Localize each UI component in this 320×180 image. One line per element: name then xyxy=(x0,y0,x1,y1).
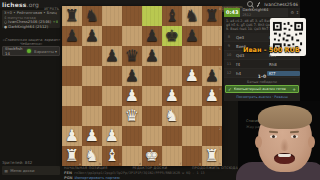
square-f1[interactable]: f xyxy=(162,146,182,166)
square-c7[interactable] xyxy=(102,26,122,46)
lichess-logo[interactable]: lichess.org xyxy=(2,1,39,8)
analysis-links[interactable]: Посмотреть анализ · Реванш xyxy=(224,95,300,99)
square-f2[interactable] xyxy=(162,126,182,146)
square-f3[interactable]: ♞ xyxy=(162,106,182,126)
stream-screen: lichess.org ИГРАТЬЗАДАЧИОБУЧЕНИЕСМОТРЕТЬ… xyxy=(0,0,320,180)
streamer-ear-right xyxy=(308,136,315,148)
square-a8[interactable]: ♜ xyxy=(62,6,82,26)
square-b2[interactable]: ♟ xyxy=(82,126,102,146)
square-g1[interactable]: g xyxy=(182,146,202,166)
square-f6[interactable] xyxy=(162,46,182,66)
pgn-label: PGN xyxy=(64,176,73,180)
engine-label: Stockfish 14 xyxy=(5,46,27,56)
under-board-links: НАЧАЛЬНАЯ ПОЗИЦИЯРЕДАКТОР ДОСКИПРОДОЛЖИТ… xyxy=(64,166,238,170)
square-d8[interactable] xyxy=(122,6,142,26)
square-f8[interactable]: ♝ xyxy=(162,6,182,26)
under-board-link-0[interactable]: НАЧАЛЬНАЯ ПОЗИЦИЯ xyxy=(64,166,108,170)
square-d1[interactable]: d xyxy=(122,146,142,166)
pgn-row: PGN Импортировать партию xyxy=(64,176,238,180)
challenge-icon[interactable] xyxy=(257,2,260,7)
square-h2[interactable]: 2 xyxy=(202,126,222,146)
square-d2[interactable] xyxy=(122,126,142,146)
game-info-box: 3+0 • Рейтинговая • Блиц 4 минуты назад … xyxy=(2,10,60,28)
username[interactable]: IvanChess2546 xyxy=(264,2,298,7)
move-number: 8 xyxy=(224,35,234,39)
plus-icon[interactable]: + xyxy=(292,87,296,92)
result-verdict: Белые победили xyxy=(224,80,300,84)
chess-board[interactable]: ♜♞♝♞♜8♟♟♟♚♟7♟♛♟6♟♟♟5♟♟♟4♛♞3♟♟♟2♜a♞b♝cd♚e… xyxy=(62,6,222,166)
spectators-count: Зрителей: 842 xyxy=(2,160,60,165)
square-e8[interactable] xyxy=(142,6,162,26)
square-e2[interactable] xyxy=(142,126,162,146)
donation-alert-text: Иван - 500 RUB xyxy=(243,46,303,54)
search-icon[interactable] xyxy=(247,1,253,7)
square-h6[interactable]: 6 xyxy=(202,46,222,66)
square-g5[interactable]: ♟ xyxy=(182,66,202,86)
chevron-down-icon: ▾ xyxy=(55,49,57,54)
panel-icons: ⚙ ↕ xyxy=(288,8,300,17)
pgn-import-link[interactable]: Импортировать партию xyxy=(75,176,120,180)
move-white[interactable]: f4 xyxy=(234,62,267,67)
square-b3[interactable] xyxy=(82,106,102,126)
square-g7[interactable]: ♟ xyxy=(182,26,202,46)
square-h4[interactable]: ♟4 xyxy=(202,86,222,106)
square-a6[interactable] xyxy=(62,46,82,66)
square-h8[interactable]: ♜8 xyxy=(202,6,222,26)
nav-right: IvanChess2546 xyxy=(247,0,298,8)
square-d4[interactable]: ♟ xyxy=(122,86,142,106)
square-b8[interactable]: ♞ xyxy=(82,6,102,26)
fen-row: FEN rn3bnr/pp2pkp1/2pqp3/3p2Pp/3P1P1P/3Q… xyxy=(64,171,238,175)
square-f7[interactable]: ♚ xyxy=(162,26,182,46)
square-a2[interactable]: ♟ xyxy=(62,126,82,146)
square-d6[interactable]: ♛ xyxy=(122,46,142,66)
fen-label: FEN xyxy=(64,171,72,175)
square-g3[interactable] xyxy=(182,106,202,126)
square-g4[interactable] xyxy=(182,86,202,106)
streamer-eye-left xyxy=(270,135,277,138)
square-f5[interactable] xyxy=(162,66,182,86)
square-e6[interactable]: ♟ xyxy=(142,46,162,66)
square-e4[interactable] xyxy=(142,86,162,106)
square-c2[interactable]: ♟ xyxy=(102,126,122,146)
engine-toggle-row[interactable]: Stockfish 14 Варианты ▾ xyxy=(2,46,60,56)
square-c5[interactable] xyxy=(102,66,122,86)
square-h5[interactable]: ♟5 xyxy=(202,66,222,86)
engine-menu-dropdown[interactable]: Варианты ▾ xyxy=(34,49,57,54)
analysis-ready-bar[interactable]: ✓ Компьютерный анализ готов + xyxy=(225,85,299,93)
move-number: 10 xyxy=(224,53,234,57)
square-b4[interactable] xyxy=(82,86,102,106)
square-b5[interactable] xyxy=(82,66,102,86)
move-row-11: 11f4Rh8 xyxy=(224,60,300,69)
gear-icon[interactable]: ⚙ xyxy=(291,10,295,15)
square-h1[interactable]: ♜h1 xyxy=(202,146,222,166)
square-d5[interactable]: ♟ xyxy=(122,66,142,86)
square-h7[interactable]: 7 xyxy=(202,26,222,46)
square-c3[interactable] xyxy=(102,106,122,126)
square-d7[interactable] xyxy=(122,26,142,46)
board-menu-row[interactable]: ≡ Меню доски xyxy=(2,166,60,175)
streamer-teeth xyxy=(278,154,291,157)
square-c1[interactable]: ♝c xyxy=(102,146,122,166)
square-a1[interactable]: ♜a xyxy=(62,146,82,166)
move-number: 11 xyxy=(224,62,234,66)
engine-status-dot xyxy=(27,49,31,53)
square-a7[interactable]: ♟ xyxy=(62,26,82,46)
square-g8[interactable]: ♞ xyxy=(182,6,202,26)
streamer-eye-right xyxy=(291,135,298,138)
square-b1[interactable]: ♞b xyxy=(82,146,102,166)
square-b6[interactable] xyxy=(82,46,102,66)
square-d3[interactable]: ♛ xyxy=(122,106,142,126)
square-g6[interactable] xyxy=(182,46,202,66)
square-b7[interactable]: ♟ xyxy=(82,26,102,46)
check-icon: ✓ xyxy=(228,87,232,92)
square-e3[interactable] xyxy=(142,106,162,126)
fen-input[interactable]: rn3bnr/pp2pkp1/2pqp3/3p2Pp/3P1P1P/3Q1N2/… xyxy=(74,171,234,175)
opponent-row: 0:43 DarkKnight64 2512 ⚙ ↕ xyxy=(224,8,300,17)
hamburger-icon: ≡ xyxy=(4,168,8,174)
result-score: 1-0 xyxy=(224,74,300,79)
square-a5[interactable] xyxy=(62,66,82,86)
square-g2[interactable] xyxy=(182,126,202,146)
black-player-row[interactable]: ● DarkKnight64 (2512) xyxy=(4,25,58,30)
streamer-ear-left xyxy=(255,136,262,148)
square-e7[interactable]: ♟ xyxy=(142,26,162,46)
square-c4[interactable] xyxy=(102,86,122,106)
opponent-clock: 0:43 xyxy=(224,8,240,17)
square-c6[interactable]: ♟ xyxy=(102,46,122,66)
streamer-hair xyxy=(258,105,312,129)
square-h3[interactable]: 3 xyxy=(202,106,222,126)
square-e1[interactable]: ♚e xyxy=(142,146,162,166)
square-a3[interactable] xyxy=(62,106,82,126)
streamer-nose xyxy=(280,138,289,151)
streamer-webcam xyxy=(222,100,320,180)
under-board-link-1[interactable]: РЕДАКТОР ДОСКИ xyxy=(132,166,167,170)
opponent-info[interactable]: DarkKnight64 2512 xyxy=(240,8,288,17)
square-a4[interactable] xyxy=(62,86,82,106)
move-black[interactable]: Rh8 xyxy=(267,62,300,67)
flip-board-icon[interactable]: ↕ xyxy=(296,10,299,15)
square-f4[interactable]: ♟ xyxy=(162,86,182,106)
move-number: 9 xyxy=(224,44,234,48)
move-white[interactable]: Qe3 xyxy=(234,35,267,40)
square-e5[interactable] xyxy=(142,66,162,86)
square-c8[interactable] xyxy=(102,6,122,26)
